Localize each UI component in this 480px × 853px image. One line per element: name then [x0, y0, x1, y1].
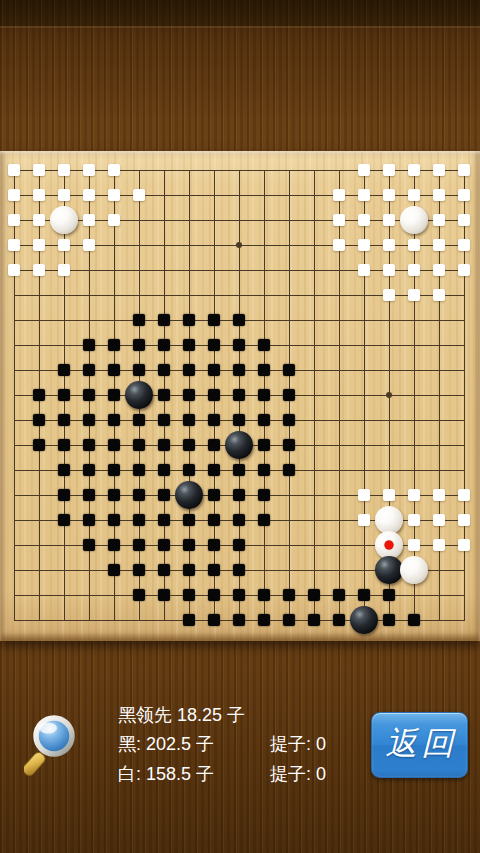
- black-territory-marker: [58, 514, 70, 526]
- white-score: 白: 158.5 子: [118, 764, 214, 784]
- black-territory-marker: [258, 589, 270, 601]
- black-territory-marker: [133, 364, 145, 376]
- black-territory-marker: [83, 514, 95, 526]
- black-territory-marker: [83, 539, 95, 551]
- black-territory-marker: [58, 489, 70, 501]
- white-territory-marker: [383, 289, 395, 301]
- black-territory-marker: [233, 614, 245, 626]
- black-territory-marker: [183, 589, 195, 601]
- white-territory-marker: [383, 214, 395, 226]
- black-territory-marker: [233, 414, 245, 426]
- white-territory-marker: [383, 189, 395, 201]
- black-territory-marker: [258, 339, 270, 351]
- black-territory-marker: [183, 539, 195, 551]
- black-territory-marker: [258, 414, 270, 426]
- white-territory-marker: [8, 239, 20, 251]
- white-territory-marker: [133, 189, 145, 201]
- black-territory-marker: [208, 589, 220, 601]
- black-territory-marker: [158, 414, 170, 426]
- black-territory-marker: [408, 614, 420, 626]
- black-territory-marker: [58, 389, 70, 401]
- white-captures: 提子: 0: [270, 763, 326, 785]
- black-territory-marker: [208, 614, 220, 626]
- white-territory-marker: [8, 164, 20, 176]
- black-stone[interactable]: [225, 431, 253, 459]
- black-territory-marker: [58, 439, 70, 451]
- black-territory-marker: [233, 339, 245, 351]
- black-territory-marker: [158, 564, 170, 576]
- black-territory-marker: [308, 614, 320, 626]
- white-territory-marker: [33, 164, 45, 176]
- black-territory-marker: [158, 514, 170, 526]
- white-territory-marker: [333, 214, 345, 226]
- white-territory-marker: [58, 164, 70, 176]
- black-territory-marker: [258, 439, 270, 451]
- black-territory-marker: [108, 564, 120, 576]
- black-territory-marker: [208, 339, 220, 351]
- black-territory-marker: [283, 414, 295, 426]
- black-territory-marker: [308, 589, 320, 601]
- white-stone[interactable]: [50, 206, 78, 234]
- black-territory-marker: [33, 414, 45, 426]
- white-territory-marker: [408, 489, 420, 501]
- white-territory-marker: [33, 214, 45, 226]
- black-territory-marker: [208, 539, 220, 551]
- black-territory-marker: [233, 389, 245, 401]
- white-territory-marker: [83, 164, 95, 176]
- white-territory-marker: [33, 239, 45, 251]
- black-territory-marker: [158, 389, 170, 401]
- black-territory-marker: [283, 614, 295, 626]
- white-territory-marker: [408, 239, 420, 251]
- black-territory-marker: [83, 439, 95, 451]
- black-territory-marker: [233, 514, 245, 526]
- black-territory-marker: [208, 414, 220, 426]
- white-territory-marker: [333, 239, 345, 251]
- white-territory-marker: [383, 164, 395, 176]
- black-territory-marker: [383, 614, 395, 626]
- black-territory-marker: [158, 489, 170, 501]
- white-territory-marker: [458, 239, 470, 251]
- black-territory-marker: [33, 439, 45, 451]
- white-territory-marker: [358, 214, 370, 226]
- black-territory-marker: [108, 364, 120, 376]
- white-territory-marker: [33, 189, 45, 201]
- board-grid[interactable]: [14, 170, 465, 621]
- white-territory-marker: [8, 189, 20, 201]
- magnifier-icon[interactable]: [24, 709, 80, 779]
- white-territory-marker: [383, 264, 395, 276]
- white-territory-marker: [433, 239, 445, 251]
- black-territory-marker: [133, 589, 145, 601]
- black-territory-marker: [133, 464, 145, 476]
- black-score-line: 黑: 202.5 子 提子: 0: [118, 733, 214, 755]
- white-territory-marker: [358, 264, 370, 276]
- white-territory-marker: [83, 239, 95, 251]
- last-move-dot: [385, 541, 394, 550]
- black-territory-marker: [183, 439, 195, 451]
- black-territory-marker: [133, 314, 145, 326]
- black-territory-marker: [83, 414, 95, 426]
- black-captures: 提子: 0: [270, 733, 326, 755]
- black-territory-marker: [108, 389, 120, 401]
- white-territory-marker: [8, 264, 20, 276]
- white-territory-marker: [433, 164, 445, 176]
- black-territory-marker: [83, 489, 95, 501]
- white-territory-marker: [408, 164, 420, 176]
- black-territory-marker: [133, 539, 145, 551]
- white-territory-marker: [408, 264, 420, 276]
- black-territory-marker: [358, 589, 370, 601]
- white-territory-marker: [408, 514, 420, 526]
- white-territory-marker: [358, 164, 370, 176]
- black-territory-marker: [133, 414, 145, 426]
- black-territory-marker: [58, 414, 70, 426]
- black-territory-marker: [208, 314, 220, 326]
- black-territory-marker: [208, 389, 220, 401]
- black-score: 黑: 202.5 子: [118, 734, 214, 754]
- white-stone[interactable]: [375, 531, 403, 559]
- white-territory-marker: [83, 189, 95, 201]
- black-territory-marker: [258, 464, 270, 476]
- black-territory-marker: [208, 564, 220, 576]
- black-territory-marker: [283, 364, 295, 376]
- black-territory-marker: [233, 539, 245, 551]
- black-territory-marker: [83, 339, 95, 351]
- black-territory-marker: [183, 514, 195, 526]
- black-territory-marker: [258, 614, 270, 626]
- black-territory-marker: [208, 514, 220, 526]
- black-territory-marker: [333, 589, 345, 601]
- white-territory-marker: [58, 264, 70, 276]
- white-territory-marker: [108, 214, 120, 226]
- white-territory-marker: [108, 164, 120, 176]
- black-territory-marker: [208, 439, 220, 451]
- white-territory-marker: [433, 264, 445, 276]
- white-territory-marker: [358, 489, 370, 501]
- lead-text: 黑领先 18.25 子: [118, 704, 245, 726]
- black-territory-marker: [108, 539, 120, 551]
- white-score-line: 白: 158.5 子 提子: 0: [118, 763, 214, 785]
- white-territory-marker: [358, 514, 370, 526]
- black-territory-marker: [108, 439, 120, 451]
- black-territory-marker: [283, 389, 295, 401]
- black-territory-marker: [233, 364, 245, 376]
- black-territory-marker: [108, 514, 120, 526]
- magnifier-handle: [24, 750, 47, 777]
- black-territory-marker: [83, 464, 95, 476]
- white-territory-marker: [458, 214, 470, 226]
- white-territory-marker: [433, 214, 445, 226]
- black-territory-marker: [133, 339, 145, 351]
- black-territory-marker: [183, 564, 195, 576]
- black-territory-marker: [133, 439, 145, 451]
- white-territory-marker: [383, 239, 395, 251]
- magnifier-lens: [36, 718, 72, 754]
- black-territory-marker: [183, 389, 195, 401]
- black-stone[interactable]: [175, 481, 203, 509]
- black-territory-marker: [233, 314, 245, 326]
- black-territory-marker: [133, 564, 145, 576]
- black-stone[interactable]: [125, 381, 153, 409]
- black-territory-marker: [283, 464, 295, 476]
- black-territory-marker: [383, 589, 395, 601]
- star-point: [386, 392, 392, 398]
- lens-highlight: [39, 723, 57, 734]
- black-territory-marker: [258, 489, 270, 501]
- white-territory-marker: [408, 289, 420, 301]
- black-territory-marker: [108, 339, 120, 351]
- black-territory-marker: [158, 589, 170, 601]
- black-stone[interactable]: [375, 556, 403, 584]
- white-territory-marker: [433, 289, 445, 301]
- black-territory-marker: [183, 339, 195, 351]
- black-territory-marker: [158, 364, 170, 376]
- white-stone[interactable]: [375, 506, 403, 534]
- black-territory-marker: [158, 539, 170, 551]
- white-territory-marker: [358, 239, 370, 251]
- black-territory-marker: [83, 364, 95, 376]
- white-territory-marker: [383, 489, 395, 501]
- go-board[interactable]: [0, 151, 480, 641]
- black-territory-marker: [58, 364, 70, 376]
- white-territory-marker: [433, 539, 445, 551]
- white-territory-marker: [458, 164, 470, 176]
- black-territory-marker: [158, 464, 170, 476]
- black-territory-marker: [233, 464, 245, 476]
- black-territory-marker: [258, 514, 270, 526]
- white-territory-marker: [458, 264, 470, 276]
- black-territory-marker: [183, 614, 195, 626]
- white-territory-marker: [433, 514, 445, 526]
- black-territory-marker: [33, 389, 45, 401]
- black-territory-marker: [208, 364, 220, 376]
- white-territory-marker: [408, 539, 420, 551]
- black-territory-marker: [258, 389, 270, 401]
- black-territory-marker: [283, 589, 295, 601]
- white-territory-marker: [408, 189, 420, 201]
- black-territory-marker: [158, 439, 170, 451]
- white-territory-marker: [433, 189, 445, 201]
- black-territory-marker: [233, 589, 245, 601]
- black-territory-marker: [133, 489, 145, 501]
- star-point: [236, 242, 242, 248]
- black-territory-marker: [183, 464, 195, 476]
- white-territory-marker: [83, 214, 95, 226]
- white-territory-marker: [458, 539, 470, 551]
- back-button[interactable]: 返回: [371, 712, 468, 778]
- white-territory-marker: [8, 214, 20, 226]
- white-stone[interactable]: [400, 206, 428, 234]
- black-territory-marker: [108, 489, 120, 501]
- white-territory-marker: [458, 189, 470, 201]
- black-territory-marker: [158, 339, 170, 351]
- white-territory-marker: [58, 239, 70, 251]
- white-territory-marker: [108, 189, 120, 201]
- black-stone[interactable]: [350, 606, 378, 634]
- white-stone[interactable]: [400, 556, 428, 584]
- black-territory-marker: [158, 314, 170, 326]
- white-territory-marker: [458, 514, 470, 526]
- black-territory-marker: [233, 564, 245, 576]
- white-territory-marker: [333, 189, 345, 201]
- black-territory-marker: [58, 464, 70, 476]
- black-territory-marker: [83, 389, 95, 401]
- black-territory-marker: [183, 314, 195, 326]
- white-territory-marker: [433, 489, 445, 501]
- white-territory-marker: [458, 489, 470, 501]
- black-territory-marker: [108, 414, 120, 426]
- white-territory-marker: [58, 189, 70, 201]
- app-screen: 黑领先 18.25 子 黑: 202.5 子 提子: 0 白: 158.5 子 …: [0, 0, 480, 853]
- black-territory-marker: [108, 464, 120, 476]
- black-territory-marker: [133, 514, 145, 526]
- white-territory-marker: [33, 264, 45, 276]
- black-territory-marker: [183, 364, 195, 376]
- black-territory-marker: [208, 489, 220, 501]
- black-territory-marker: [233, 489, 245, 501]
- black-territory-marker: [258, 364, 270, 376]
- black-territory-marker: [283, 439, 295, 451]
- black-territory-marker: [333, 614, 345, 626]
- black-territory-marker: [208, 464, 220, 476]
- black-territory-marker: [183, 414, 195, 426]
- white-territory-marker: [358, 189, 370, 201]
